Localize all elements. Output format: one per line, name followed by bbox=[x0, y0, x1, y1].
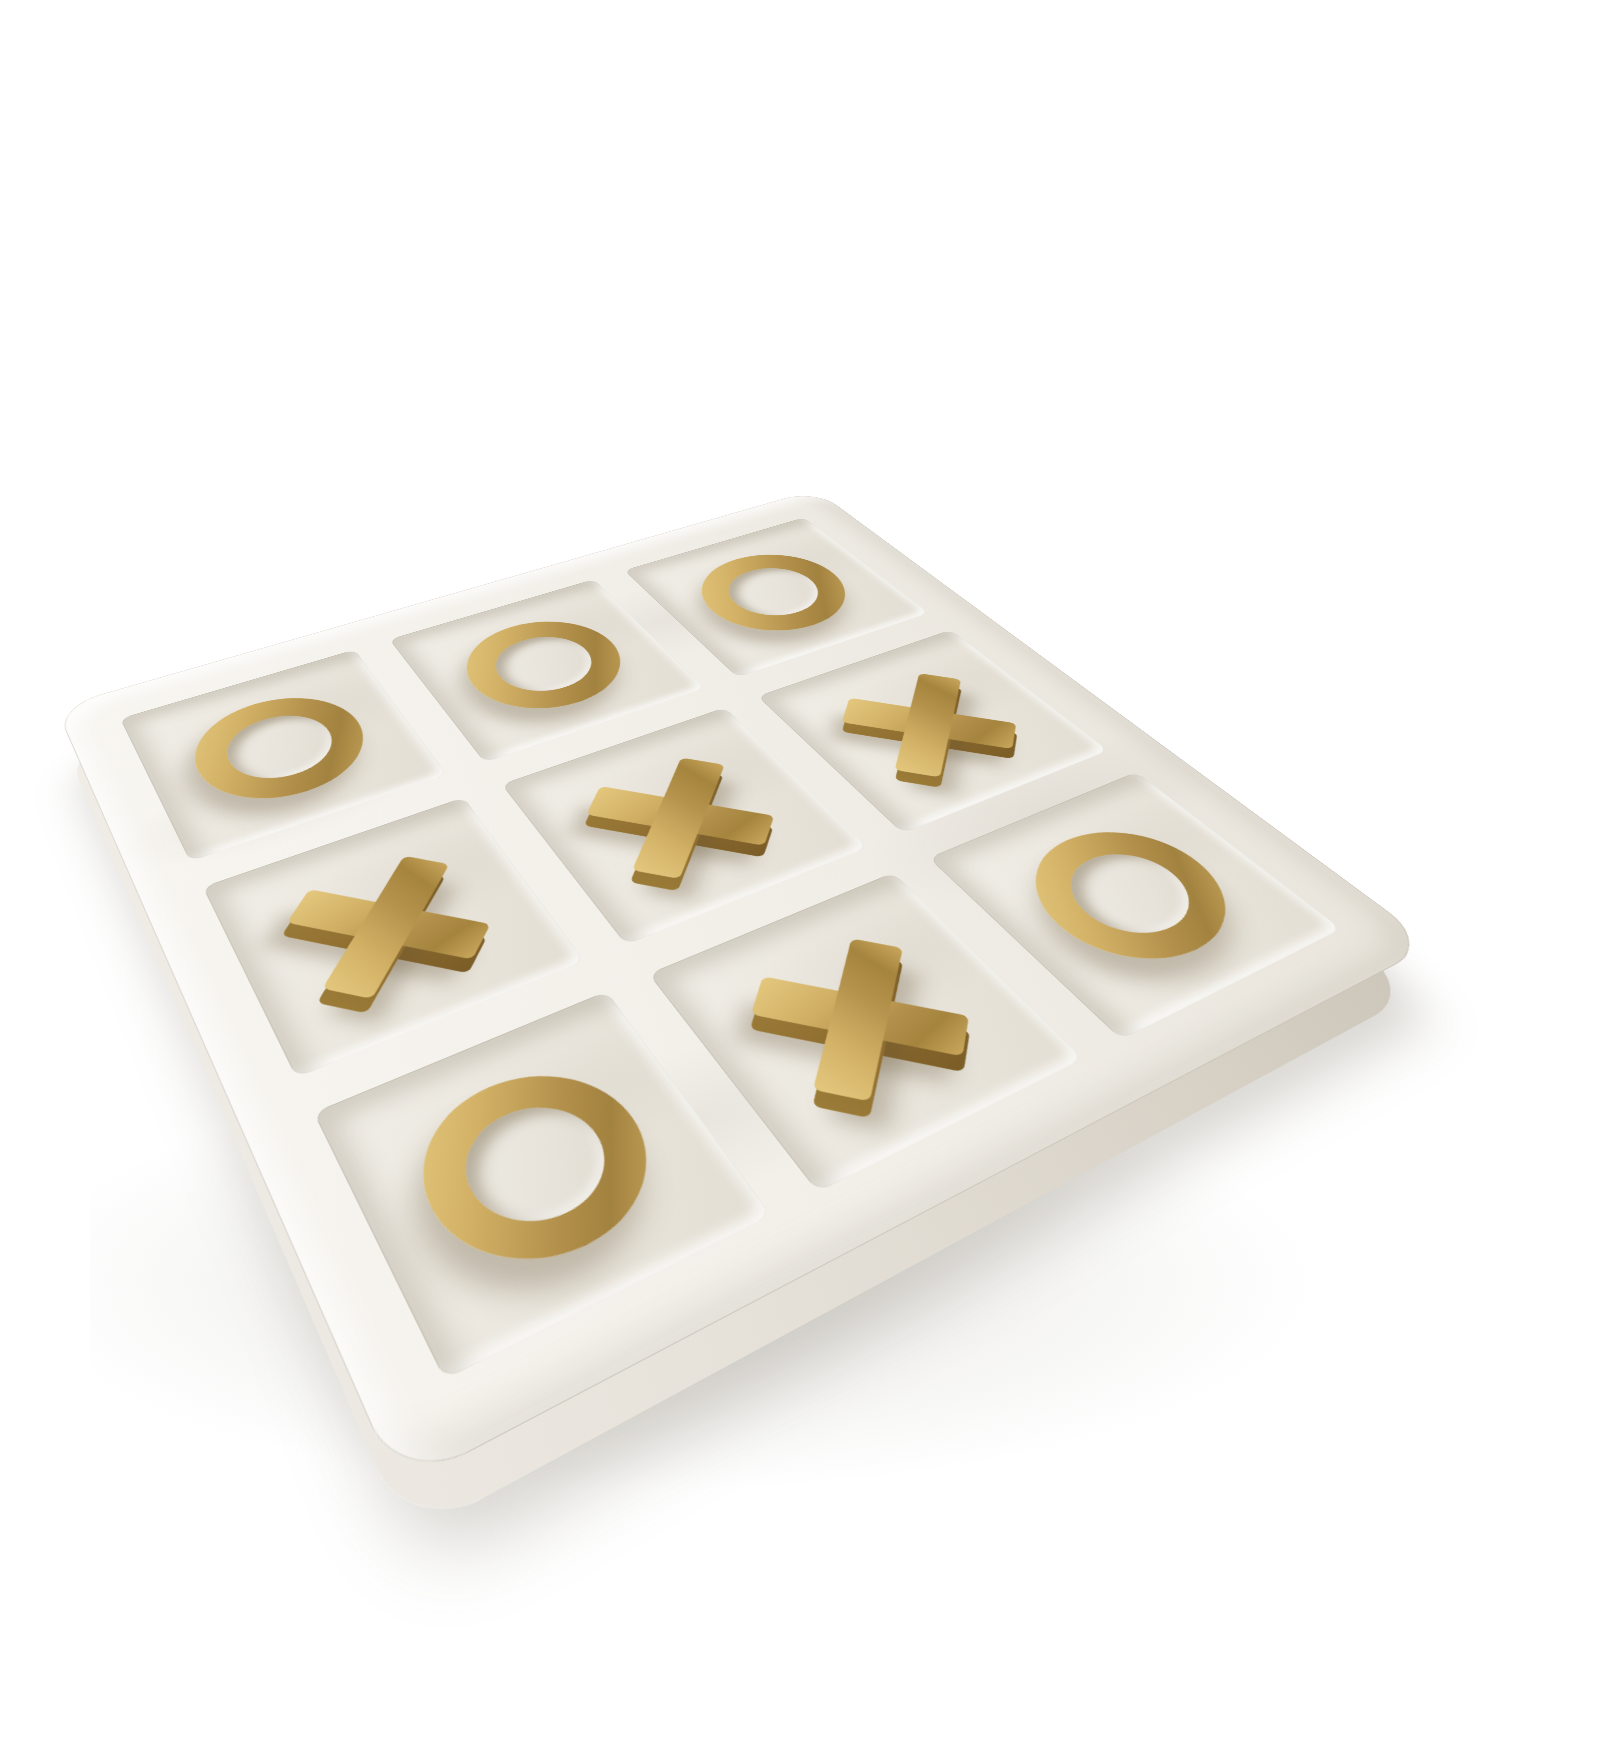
board-scene bbox=[180, 315, 1180, 1315]
x-bar-top-a bbox=[750, 976, 968, 1056]
x-bar-top-a bbox=[286, 889, 490, 959]
cell-r1c1[interactable] bbox=[120, 649, 447, 861]
o-piece bbox=[153, 668, 412, 835]
x-cross-shape bbox=[538, 728, 828, 915]
x-cross-shape bbox=[241, 822, 543, 1043]
cell-r2c1[interactable] bbox=[203, 797, 585, 1077]
x-piece bbox=[241, 822, 543, 1043]
x-piece bbox=[538, 728, 828, 915]
o-ring-shape bbox=[998, 812, 1266, 985]
o-ring-shape bbox=[676, 542, 874, 646]
x-bar-side-b bbox=[316, 867, 445, 1013]
product-photo-stage bbox=[0, 0, 1600, 1755]
board-grid bbox=[120, 517, 1341, 1379]
x-bar-side-a bbox=[749, 990, 970, 1072]
o-ring-shape bbox=[390, 1047, 687, 1297]
x-piece bbox=[692, 900, 1036, 1152]
o-piece bbox=[970, 795, 1296, 1006]
x-cross-shape bbox=[793, 648, 1071, 809]
x-bar-top-b bbox=[632, 757, 725, 878]
o-piece bbox=[359, 1024, 721, 1330]
o-ring-shape bbox=[443, 607, 648, 725]
x-piece bbox=[793, 648, 1071, 809]
cell-r3c1[interactable] bbox=[313, 991, 771, 1380]
x-bar-top-b bbox=[812, 938, 902, 1101]
o-ring-shape bbox=[175, 682, 387, 819]
cell-r3c3[interactable] bbox=[929, 772, 1342, 1040]
x-bar-side-a bbox=[281, 901, 487, 973]
x-cross-shape bbox=[692, 900, 1036, 1152]
x-bar-top-b bbox=[322, 855, 449, 998]
o-piece bbox=[655, 532, 896, 658]
cell-r3c2[interactable] bbox=[648, 872, 1083, 1192]
x-bar-side-b bbox=[812, 951, 903, 1117]
o-piece bbox=[421, 596, 671, 741]
